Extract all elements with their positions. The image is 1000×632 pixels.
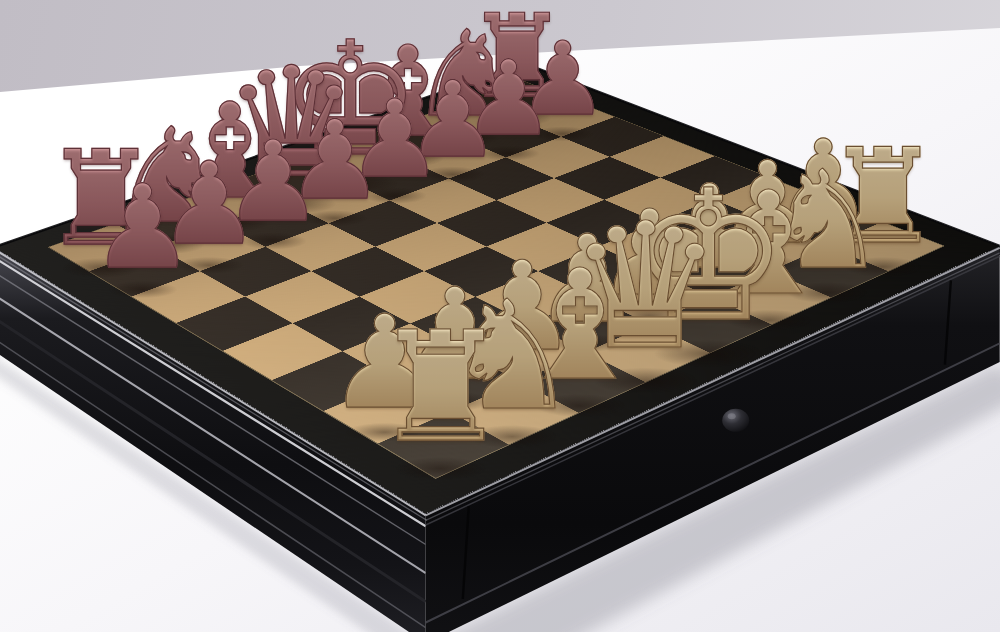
piece-cream-rook-a1[interactable]: ♜	[373, 312, 509, 464]
rook-glyph: ♜	[373, 312, 509, 464]
piece-red-pawn-a7[interactable]: ♟	[91, 171, 195, 287]
piece-contact-shadow	[395, 457, 486, 480]
photo-scene: ♜♟♞♟♝♟♚♟♛♟♝♟♟♞♜♟♟♜♞♟♟♟♝♟♚♟♛♟♝♟♞♜	[0, 0, 1000, 632]
piece-contact-shadow	[108, 281, 177, 298]
pawn-glyph: ♟	[91, 171, 195, 287]
pieces-layer: ♜♟♞♟♝♟♚♟♛♟♝♟♟♞♜♟♟♜♞♟♟♟♝♟♚♟♛♟♝♟♞♜	[0, 0, 1000, 632]
